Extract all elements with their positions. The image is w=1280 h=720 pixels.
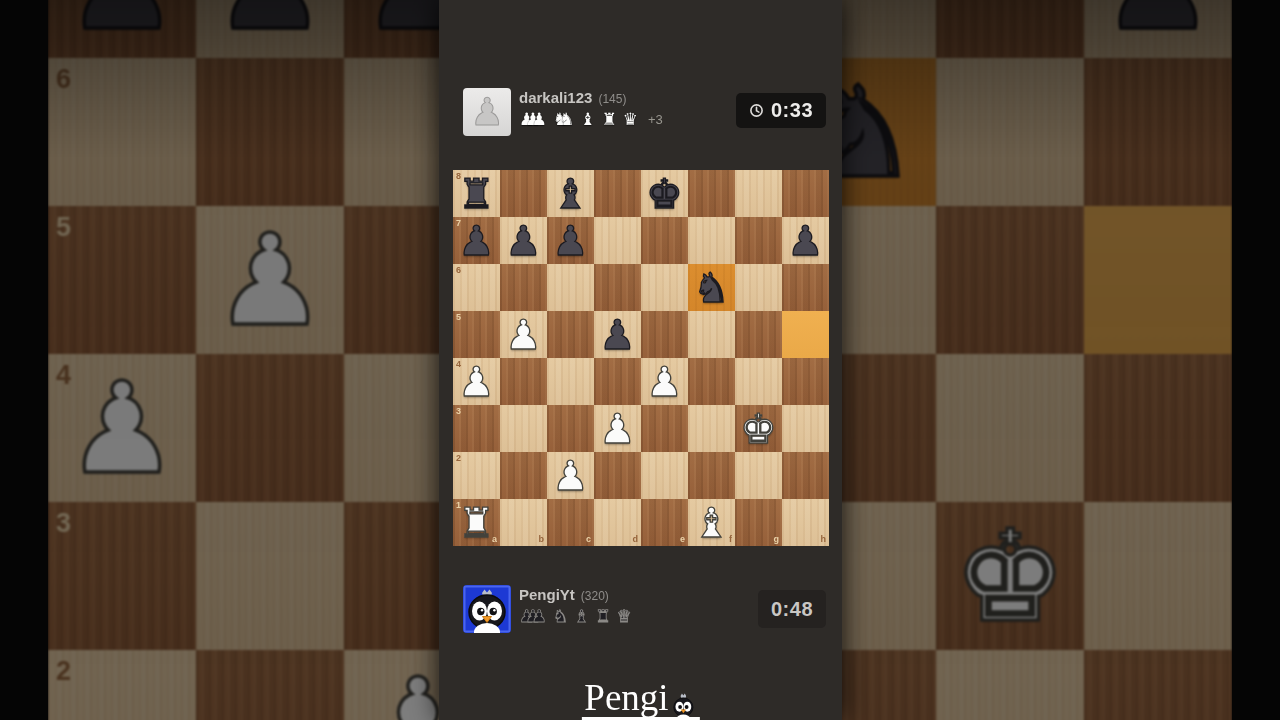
square-b1[interactable]: b	[500, 499, 547, 546]
square-e8[interactable]: ♚	[641, 170, 688, 217]
square-d4[interactable]	[594, 358, 641, 405]
file-label-c: c	[586, 535, 591, 544]
white-pawn-b5[interactable]: ♟	[500, 311, 547, 358]
square-e7[interactable]	[641, 217, 688, 264]
square-h4[interactable]	[782, 358, 829, 405]
square-g2[interactable]	[735, 452, 782, 499]
black-pawn-a7[interactable]: ♟	[453, 217, 500, 264]
rank-label-2: 2	[456, 454, 461, 463]
square-b6[interactable]	[500, 264, 547, 311]
white-bishop-f1[interactable]: ♝	[688, 499, 735, 546]
bottom-player-clock: 0:48	[758, 590, 826, 628]
captured-white-queen-x1: ♛	[623, 109, 638, 129]
square-c4[interactable]	[547, 358, 594, 405]
square-e3[interactable]	[641, 405, 688, 452]
top-clock-time: 0:33	[771, 99, 813, 122]
captured-black-pawn-x3: ♟♟♟	[519, 606, 547, 626]
square-c1[interactable]: c	[547, 499, 594, 546]
captured-black-rook-x1: ♜	[595, 606, 610, 626]
square-h6[interactable]	[782, 264, 829, 311]
square-b8[interactable]	[500, 170, 547, 217]
black-pawn-c7[interactable]: ♟	[547, 217, 594, 264]
rank-label-3: 3	[456, 407, 461, 416]
penguin-avatar-icon	[463, 585, 511, 633]
square-e6[interactable]	[641, 264, 688, 311]
white-rook-a1[interactable]: ♜	[453, 499, 500, 546]
bottom-player-rating: (320)	[581, 589, 609, 603]
captured-black-bishop-x1: ♝	[574, 606, 589, 626]
white-king-g3[interactable]: ♚	[735, 405, 782, 452]
captured-bishop-icon: ♝	[574, 606, 589, 626]
square-g6[interactable]	[735, 264, 782, 311]
square-g1[interactable]: g	[735, 499, 782, 546]
square-f2[interactable]	[688, 452, 735, 499]
square-d7[interactable]	[594, 217, 641, 264]
square-f5[interactable]	[688, 311, 735, 358]
file-label-h: h	[821, 535, 827, 544]
top-player-clock: 0:33	[736, 93, 826, 128]
square-b2[interactable]	[500, 452, 547, 499]
captured-black-knight-x1: ♞	[553, 606, 568, 626]
white-pawn-e4[interactable]: ♟	[641, 358, 688, 405]
square-d3[interactable]: ♟	[594, 405, 641, 452]
bottom-player-name[interactable]: PengiYt	[519, 586, 575, 603]
square-c8[interactable]: ♝	[547, 170, 594, 217]
square-g7[interactable]	[735, 217, 782, 264]
square-d2[interactable]	[594, 452, 641, 499]
square-h5[interactable]	[782, 311, 829, 358]
white-pawn-a4[interactable]: ♟	[453, 358, 500, 405]
square-c5[interactable]	[547, 311, 594, 358]
square-h2[interactable]	[782, 452, 829, 499]
square-g5[interactable]	[735, 311, 782, 358]
captured-pawn-icon: ♟	[532, 606, 547, 626]
square-d5[interactable]: ♟	[594, 311, 641, 358]
square-c3[interactable]	[547, 405, 594, 452]
square-h1[interactable]: h	[782, 499, 829, 546]
captured-rook-icon: ♜	[602, 109, 617, 129]
file-label-b: b	[539, 535, 545, 544]
captured-white-bishop-x1: ♝	[580, 109, 595, 129]
square-d6[interactable]	[594, 264, 641, 311]
captured-knight-icon: ♞	[559, 109, 574, 129]
square-d1[interactable]: d	[594, 499, 641, 546]
square-a8[interactable]: 8♜	[453, 170, 500, 217]
square-c7[interactable]: ♟	[547, 217, 594, 264]
black-pawn-b7[interactable]: ♟	[500, 217, 547, 264]
square-e5[interactable]	[641, 311, 688, 358]
square-b7[interactable]: ♟	[500, 217, 547, 264]
rank-label-6: 6	[456, 266, 461, 275]
square-f7[interactable]	[688, 217, 735, 264]
captured-queen-icon: ♛	[617, 606, 632, 626]
captured-knight-icon: ♞	[553, 606, 568, 626]
black-rook-a8[interactable]: ♜	[453, 170, 500, 217]
white-pawn-avatar-icon: ♟	[470, 88, 504, 136]
square-b5[interactable]: ♟	[500, 311, 547, 358]
square-g4[interactable]	[735, 358, 782, 405]
file-label-d: d	[633, 535, 639, 544]
square-f4[interactable]	[688, 358, 735, 405]
square-h7[interactable]: ♟	[782, 217, 829, 264]
material-advantage: +3	[648, 112, 663, 127]
right-black-bar	[1232, 0, 1280, 720]
square-g8[interactable]	[735, 170, 782, 217]
white-pawn-d3[interactable]: ♟	[594, 405, 641, 452]
square-f1[interactable]: f♝	[688, 499, 735, 546]
square-f6[interactable]: ♞	[688, 264, 735, 311]
square-c6[interactable]	[547, 264, 594, 311]
square-h8[interactable]	[782, 170, 829, 217]
top-player-name[interactable]: darkali123	[519, 89, 592, 106]
square-e2[interactable]	[641, 452, 688, 499]
top-captured-pieces: ♟♟♟♞♞♝♜♛+3	[519, 109, 663, 129]
brand-watermark: Pengi	[581, 681, 699, 720]
square-a7[interactable]: 7♟	[453, 217, 500, 264]
bottom-clock-time: 0:48	[771, 598, 813, 621]
square-e4[interactable]: ♟	[641, 358, 688, 405]
file-label-g: g	[774, 535, 780, 544]
penguin-emoji-icon	[670, 690, 697, 720]
square-e1[interactable]: e	[641, 499, 688, 546]
top-player-avatar[interactable]: ♟	[463, 88, 511, 136]
square-a1[interactable]: 1a♜	[453, 499, 500, 546]
square-a5[interactable]: 5	[453, 311, 500, 358]
square-g3[interactable]: ♚	[735, 405, 782, 452]
top-player-rating: (145)	[598, 92, 626, 106]
rank-label-5: 5	[456, 313, 461, 322]
square-a3[interactable]: 3	[453, 405, 500, 452]
brand-text: Pengi	[584, 681, 668, 715]
square-f3[interactable]	[688, 405, 735, 452]
black-bishop-c8[interactable]: ♝	[547, 170, 594, 217]
square-b3[interactable]	[500, 405, 547, 452]
captured-pawn-icon: ♟	[532, 109, 547, 129]
captured-white-knight-x2: ♞♞	[553, 109, 575, 129]
captured-white-rook-x1: ♜	[602, 109, 617, 129]
captured-queen-icon: ♛	[623, 109, 638, 129]
square-h3[interactable]	[782, 405, 829, 452]
square-c2[interactable]: ♟	[547, 452, 594, 499]
left-black-bar	[0, 0, 48, 720]
square-f8[interactable]	[688, 170, 735, 217]
bottom-player-info: PengiYt (320) ♟♟♟♞♝♜♛	[519, 585, 638, 633]
captured-black-queen-x1: ♛	[617, 606, 632, 626]
square-a4[interactable]: 4♟	[453, 358, 500, 405]
chess-board[interactable]: 8♜♝♚7♟♟♟♟6♞5♟♟4♟♟3♟♚2♟1a♜bcdef♝gh	[453, 170, 829, 546]
square-b4[interactable]	[500, 358, 547, 405]
captured-white-pawn-x3: ♟♟♟	[519, 109, 547, 129]
top-player-info: darkali123 (145) ♟♟♟♞♞♝♜♛+3	[519, 88, 663, 136]
captured-rook-icon: ♜	[595, 606, 610, 626]
black-pawn-h7[interactable]: ♟	[782, 217, 829, 264]
square-a6[interactable]: 6	[453, 264, 500, 311]
black-knight-f6[interactable]: ♞	[688, 264, 735, 311]
bottom-player-avatar[interactable]	[463, 585, 511, 633]
white-pawn-c2[interactable]: ♟	[547, 452, 594, 499]
square-a2[interactable]: 2	[453, 452, 500, 499]
clock-icon	[749, 103, 764, 118]
square-d8[interactable]	[594, 170, 641, 217]
black-pawn-d5[interactable]: ♟	[594, 311, 641, 358]
bottom-captured-pieces: ♟♟♟♞♝♜♛	[519, 606, 638, 626]
file-label-e: e	[680, 535, 685, 544]
game-panel: ♟ darkali123 (145) ♟♟♟♞♞♝♜♛+3 0:33 8♜♝♚7…	[439, 0, 842, 720]
black-king-e8[interactable]: ♚	[641, 170, 688, 217]
captured-bishop-icon: ♝	[580, 109, 595, 129]
